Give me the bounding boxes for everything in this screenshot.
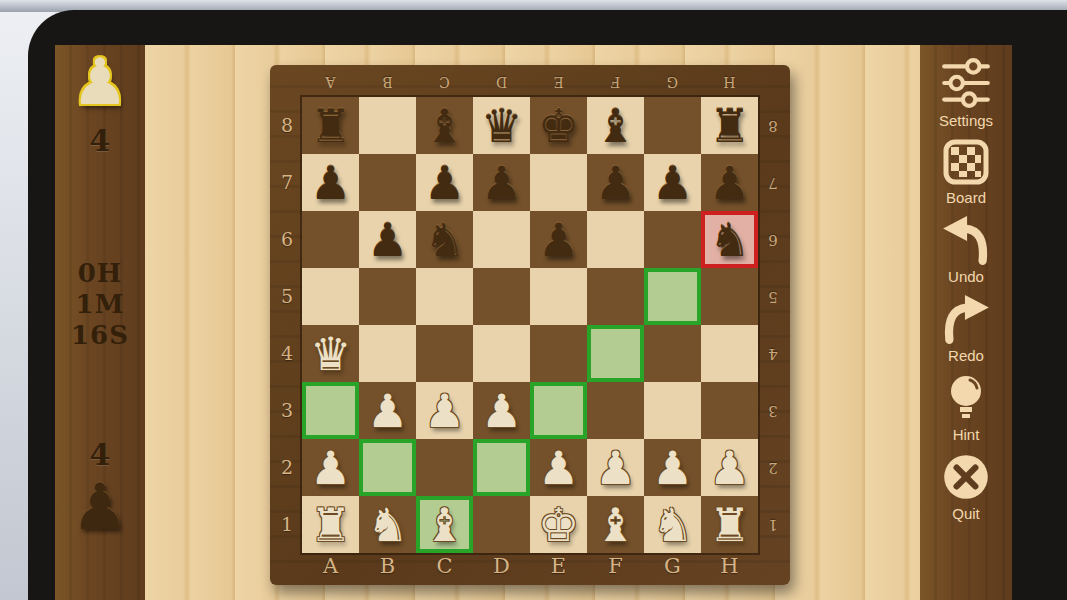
square-b7[interactable] xyxy=(359,154,416,211)
settings-button[interactable]: Settings xyxy=(920,55,1012,129)
square-g4[interactable] xyxy=(644,325,701,382)
white-pawn[interactable]: ♟ xyxy=(709,445,750,491)
white-pawn[interactable]: ♟ xyxy=(424,388,465,434)
square-e1[interactable]: ♚ xyxy=(530,496,587,553)
square-g2[interactable]: ♟ xyxy=(644,439,701,496)
square-e6[interactable]: ♟ xyxy=(530,211,587,268)
square-a7[interactable]: ♟ xyxy=(302,154,359,211)
left-tray-panel: ♟ 4 0H 1M 16S 4 ♟ xyxy=(55,45,145,600)
black-queen[interactable]: ♛ xyxy=(481,103,522,149)
square-f4[interactable] xyxy=(587,325,644,382)
chess-board: AABBCCDDEEFFGGHH8877665544332211 ♜♝♛♚♝♜♟… xyxy=(270,65,790,585)
square-a8[interactable]: ♜ xyxy=(302,97,359,154)
file-label-bottom-B: B xyxy=(359,554,416,578)
undo-arrow-icon xyxy=(939,213,993,267)
square-f3[interactable] xyxy=(587,382,644,439)
black-pawn[interactable]: ♟ xyxy=(709,160,750,206)
black-pawn[interactable]: ♟ xyxy=(481,160,522,206)
rank-label-right-8: 8 xyxy=(762,97,784,154)
black-pawn[interactable]: ♟ xyxy=(595,160,636,206)
square-d7[interactable]: ♟ xyxy=(473,154,530,211)
black-bishop[interactable]: ♝ xyxy=(424,103,465,149)
square-b5[interactable] xyxy=(359,268,416,325)
black-pawn[interactable]: ♟ xyxy=(310,160,351,206)
file-label-bottom-D: D xyxy=(473,554,530,578)
square-c6[interactable]: ♞ xyxy=(416,211,473,268)
square-c7[interactable]: ♟ xyxy=(416,154,473,211)
square-d1[interactable] xyxy=(473,496,530,553)
white-queen[interactable]: ♛ xyxy=(310,331,351,377)
settings-label: Settings xyxy=(939,112,993,129)
undo-button[interactable]: Undo xyxy=(920,213,1012,285)
quit-x-icon xyxy=(939,450,993,504)
rank-label-left-3: 3 xyxy=(276,382,298,439)
square-h2[interactable]: ♟ xyxy=(701,439,758,496)
board-grid-icon xyxy=(940,136,992,188)
square-f2[interactable]: ♟ xyxy=(587,439,644,496)
board-grid: ♜♝♛♚♝♜♟♟♟♟♟♟♟♞♟♞♛♟♟♟♟♟♟♟♟♜♞♝♚♝♞♜ xyxy=(302,97,758,553)
square-e4[interactable] xyxy=(530,325,587,382)
hint-label: Hint xyxy=(953,426,980,443)
square-e8[interactable]: ♚ xyxy=(530,97,587,154)
hint-bulb-icon xyxy=(940,371,992,425)
square-c2[interactable] xyxy=(416,439,473,496)
square-g8[interactable] xyxy=(644,97,701,154)
board-button[interactable]: Board xyxy=(920,136,1012,206)
square-a1[interactable]: ♜ xyxy=(302,496,359,553)
black-pawn[interactable]: ♟ xyxy=(367,217,408,263)
black-rook[interactable]: ♜ xyxy=(709,103,750,149)
black-pawn[interactable]: ♟ xyxy=(424,160,465,206)
square-f1[interactable]: ♝ xyxy=(587,496,644,553)
square-e5[interactable] xyxy=(530,268,587,325)
square-f5[interactable] xyxy=(587,268,644,325)
square-c5[interactable] xyxy=(416,268,473,325)
square-c4[interactable] xyxy=(416,325,473,382)
rank-label-right-2: 2 xyxy=(762,439,784,496)
quit-button[interactable]: Quit xyxy=(920,450,1012,522)
square-g6[interactable] xyxy=(644,211,701,268)
right-toolbar-panel: Settings Board xyxy=(920,45,1012,600)
square-d5[interactable] xyxy=(473,268,530,325)
rank-label-left-7: 7 xyxy=(276,154,298,211)
white-pawn[interactable]: ♟ xyxy=(538,445,579,491)
white-counter: 4 xyxy=(90,123,111,158)
file-label-bottom-C: C xyxy=(416,554,473,578)
undo-label: Undo xyxy=(948,268,984,285)
file-label-bottom-G: G xyxy=(644,554,701,578)
rank-label-right-4: 4 xyxy=(762,325,784,382)
square-h3[interactable] xyxy=(701,382,758,439)
rank-label-right-3: 3 xyxy=(762,382,784,439)
square-b1[interactable]: ♞ xyxy=(359,496,416,553)
square-g1[interactable]: ♞ xyxy=(644,496,701,553)
redo-button[interactable]: Redo xyxy=(920,292,1012,364)
square-e3[interactable] xyxy=(530,382,587,439)
square-f6[interactable] xyxy=(587,211,644,268)
file-label-bottom-F: F xyxy=(587,554,644,578)
white-rook[interactable]: ♜ xyxy=(709,502,750,548)
square-f8[interactable]: ♝ xyxy=(587,97,644,154)
square-h8[interactable]: ♜ xyxy=(701,97,758,154)
hint-button[interactable]: Hint xyxy=(920,371,1012,443)
square-e7[interactable] xyxy=(530,154,587,211)
black-pawn-icon: ♟ xyxy=(71,472,128,542)
rank-label-right-5: 5 xyxy=(762,268,784,325)
white-knight[interactable]: ♞ xyxy=(367,502,408,548)
square-d8[interactable]: ♛ xyxy=(473,97,530,154)
file-label-top-B: B xyxy=(359,74,416,90)
square-a2[interactable]: ♟ xyxy=(302,439,359,496)
white-pawn[interactable]: ♟ xyxy=(652,445,693,491)
file-label-bottom-H: H xyxy=(701,554,758,578)
file-label-bottom-E: E xyxy=(530,554,587,578)
square-b4[interactable] xyxy=(359,325,416,382)
square-a3[interactable] xyxy=(302,382,359,439)
white-pawn[interactable]: ♟ xyxy=(595,445,636,491)
square-d3[interactable]: ♟ xyxy=(473,382,530,439)
rank-label-left-6: 6 xyxy=(276,211,298,268)
white-pawn-turn-indicator-icon: ♟ xyxy=(71,47,128,117)
white-bishop[interactable]: ♝ xyxy=(595,502,636,548)
square-h7[interactable]: ♟ xyxy=(701,154,758,211)
square-h5[interactable] xyxy=(701,268,758,325)
file-label-top-C: C xyxy=(416,74,473,90)
square-e2[interactable]: ♟ xyxy=(530,439,587,496)
black-knight[interactable]: ♞ xyxy=(709,217,750,263)
square-a4[interactable]: ♛ xyxy=(302,325,359,382)
rank-label-left-5: 5 xyxy=(276,268,298,325)
rank-label-left-8: 8 xyxy=(276,97,298,154)
board-label: Board xyxy=(946,189,986,206)
square-d6[interactable] xyxy=(473,211,530,268)
square-b6[interactable]: ♟ xyxy=(359,211,416,268)
timer-minutes: 1M xyxy=(71,289,129,320)
rank-label-right-6: 6 xyxy=(762,211,784,268)
white-pawn[interactable]: ♟ xyxy=(367,388,408,434)
rank-label-left-1: 1 xyxy=(276,496,298,553)
file-label-top-F: F xyxy=(587,74,644,90)
black-bishop[interactable]: ♝ xyxy=(595,103,636,149)
white-pawn[interactable]: ♟ xyxy=(481,388,522,434)
square-h4[interactable] xyxy=(701,325,758,382)
square-h1[interactable]: ♜ xyxy=(701,496,758,553)
rank-label-right-7: 7 xyxy=(762,154,784,211)
black-counter: 4 xyxy=(90,437,111,472)
square-a5[interactable] xyxy=(302,268,359,325)
file-label-bottom-A: A xyxy=(302,554,359,578)
black-knight[interactable]: ♞ xyxy=(424,217,465,263)
square-f7[interactable]: ♟ xyxy=(587,154,644,211)
file-label-top-E: E xyxy=(530,74,587,90)
square-g7[interactable]: ♟ xyxy=(644,154,701,211)
square-b2[interactable] xyxy=(359,439,416,496)
white-rook[interactable]: ♜ xyxy=(310,502,351,548)
rank-label-left-2: 2 xyxy=(276,439,298,496)
square-c3[interactable]: ♟ xyxy=(416,382,473,439)
settings-sliders-icon xyxy=(939,55,993,111)
file-label-top-H: H xyxy=(701,74,758,90)
black-king[interactable]: ♚ xyxy=(538,103,579,149)
black-pawn[interactable]: ♟ xyxy=(652,160,693,206)
black-pawn[interactable]: ♟ xyxy=(538,217,579,263)
white-knight[interactable]: ♞ xyxy=(652,502,693,548)
redo-arrow-icon xyxy=(939,292,993,346)
file-label-top-D: D xyxy=(473,74,530,90)
square-a6[interactable] xyxy=(302,211,359,268)
square-g5[interactable] xyxy=(644,268,701,325)
game-timer: 0H 1M 16S xyxy=(71,258,129,351)
file-label-top-A: A xyxy=(302,74,359,90)
square-d2[interactable] xyxy=(473,439,530,496)
white-pawn[interactable]: ♟ xyxy=(310,445,351,491)
file-label-top-G: G xyxy=(644,74,701,90)
timer-seconds: 16S xyxy=(71,320,129,351)
quit-label: Quit xyxy=(952,505,980,522)
rank-label-right-1: 1 xyxy=(762,496,784,553)
black-rook[interactable]: ♜ xyxy=(310,103,351,149)
chess-app: ♟ 4 0H 1M 16S 4 ♟ AABBCCDDEEFFGGHH887766… xyxy=(55,45,1012,600)
square-b3[interactable]: ♟ xyxy=(359,382,416,439)
white-king[interactable]: ♚ xyxy=(538,502,579,548)
square-g3[interactable] xyxy=(644,382,701,439)
timer-hours: 0H xyxy=(71,258,129,289)
square-c8[interactable]: ♝ xyxy=(416,97,473,154)
white-bishop[interactable]: ♝ xyxy=(424,502,465,548)
square-d4[interactable] xyxy=(473,325,530,382)
square-b8[interactable] xyxy=(359,97,416,154)
square-h6[interactable]: ♞ xyxy=(701,211,758,268)
redo-label: Redo xyxy=(948,347,984,364)
rank-label-left-4: 4 xyxy=(276,325,298,382)
square-c1[interactable]: ♝ xyxy=(416,496,473,553)
